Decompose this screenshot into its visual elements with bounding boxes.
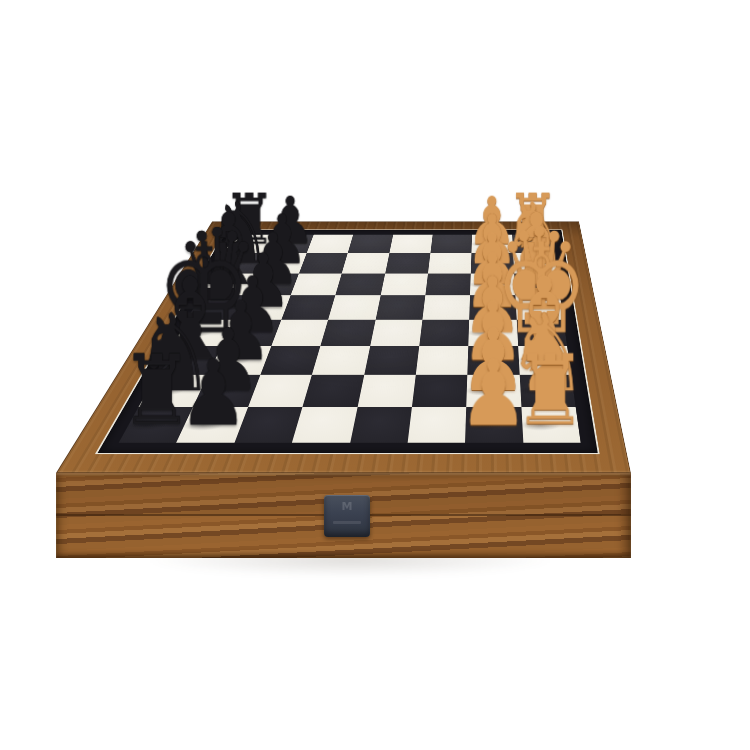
perspective-scene: ♜♞♝♛♚♝♞♜♟♟♟♟♟♟♟♟♟♟♟♟♟♟♟♟♜♞♝♛♚♝♞♜ M [0, 0, 750, 750]
box-clasp: M [324, 495, 370, 537]
product-photo-scene: ♜♞♝♛♚♝♞♜♟♟♟♟♟♟♟♟♟♟♟♟♟♟♟♟♜♞♝♛♚♝♞♜ M [0, 0, 750, 750]
chess-box: ♜♞♝♛♚♝♞♜♟♟♟♟♟♟♟♟♟♟♟♟♟♟♟♟♜♞♝♛♚♝♞♜ M [56, 221, 631, 473]
piece-black-pawn-h7: ♟ [126, 347, 300, 438]
pieces-layer: ♜♞♝♛♚♝♞♜♟♟♟♟♟♟♟♟♟♟♟♟♟♟♟♟♜♞♝♛♚♝♞♜ [119, 235, 581, 443]
piece-white-pawn-h2: ♟ [407, 347, 581, 438]
clasp-logo-mark: M [324, 500, 370, 513]
box-front-face: M [56, 473, 631, 558]
